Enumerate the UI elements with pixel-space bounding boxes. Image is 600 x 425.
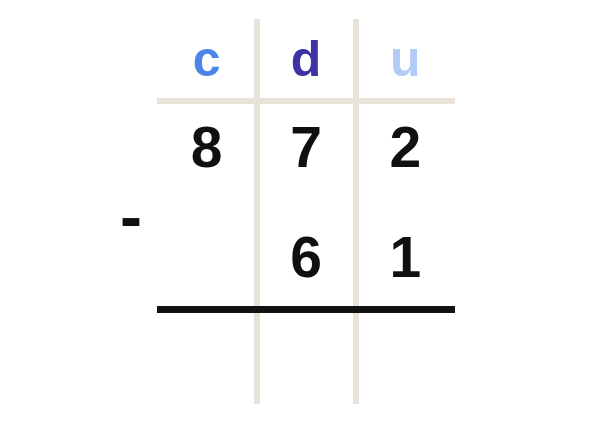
cell-result-tens[interactable]: [256, 313, 355, 403]
header-cell-hundreds: c: [157, 19, 256, 98]
place-value-board: c d u 8 7 2 6 1: [157, 19, 455, 404]
header-cell-tens: d: [256, 19, 355, 98]
cell-subtrahend-tens: 6: [256, 208, 355, 306]
answer-line: [157, 306, 455, 313]
result-row: [157, 313, 455, 403]
header-row: c d u: [157, 19, 455, 98]
header-cell-units: u: [356, 19, 455, 98]
cell-minuend-units: 2: [356, 98, 455, 196]
cell-minuend-hundreds: 8: [157, 98, 256, 196]
minus-operator: -: [101, 186, 161, 246]
cell-minuend-tens: 7: [256, 98, 355, 196]
worksheet: - c d u 8 7 2 6 1: [0, 0, 600, 425]
minuend-row: 8 7 2: [157, 98, 455, 196]
cell-subtrahend-units: 1: [356, 208, 455, 306]
cell-subtrahend-hundreds: [157, 208, 256, 306]
cell-result-units[interactable]: [356, 313, 455, 403]
cell-result-hundreds[interactable]: [157, 313, 256, 403]
subtrahend-row: 6 1: [157, 208, 455, 306]
